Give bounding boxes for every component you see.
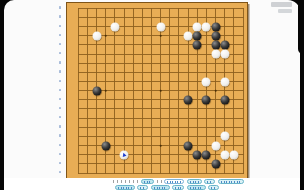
star-point (214, 89, 217, 92)
coordinate-tick-left (59, 98, 61, 100)
star-point (159, 34, 162, 37)
black-stone (101, 141, 110, 150)
watermark-glyphs-bottom (278, 9, 292, 14)
black-stone (211, 22, 220, 31)
black-stone (193, 31, 202, 40)
white-stone (220, 77, 229, 86)
grid-line-v (206, 8, 207, 174)
grid-line-h (78, 99, 244, 100)
watermark (271, 2, 292, 13)
grid-line-v (151, 8, 152, 174)
coordinate-tick-left (59, 34, 61, 36)
goban[interactable] (66, 2, 248, 180)
grid-line-h (78, 136, 244, 137)
toolbar-button-4[interactable] (218, 179, 244, 184)
toolbar-button-6[interactable] (137, 185, 148, 190)
grid-line-h (78, 63, 244, 64)
page-background (4, 0, 300, 190)
black-stone (211, 31, 220, 40)
bottom-toolbar (4, 178, 300, 190)
toolbar-button-8[interactable] (172, 185, 184, 190)
white-stone (220, 50, 229, 59)
grid-line-v (169, 8, 170, 174)
star-point (104, 34, 107, 37)
grid-line-v (114, 8, 115, 174)
white-stone (92, 31, 101, 40)
toolbar-label (157, 180, 162, 183)
white-stone (220, 132, 229, 141)
toolbar-button-10[interactable] (208, 185, 219, 190)
grid-line-v (87, 8, 88, 174)
coordinate-tick-left (59, 125, 61, 127)
black-stone (220, 95, 229, 104)
black-stone (202, 150, 211, 159)
screen-corner-left (0, 0, 4, 30)
white-stone (193, 22, 202, 31)
grid-line-v (233, 8, 234, 174)
grid-line-v (142, 8, 143, 174)
grid-line-v (124, 8, 125, 174)
black-stone (193, 40, 202, 49)
grid-line-h (78, 8, 244, 9)
coordinate-tick-left (59, 89, 61, 91)
grid-line-h (78, 81, 244, 82)
star-point (104, 89, 107, 92)
coordinate-tick-left (59, 80, 61, 82)
toolbar-row-2 (4, 185, 300, 190)
coordinate-tick-left (59, 162, 61, 164)
coordinate-tick-left (59, 107, 61, 109)
black-stone (184, 141, 193, 150)
white-stone (202, 22, 211, 31)
coordinate-tick-left (59, 171, 61, 173)
star-point (159, 144, 162, 147)
coordinate-tick-left (59, 15, 61, 17)
black-stone (220, 40, 229, 49)
toolbar-button-9[interactable] (187, 185, 206, 190)
grid-line-v (224, 8, 225, 174)
grid-line-h (78, 127, 244, 128)
coordinate-tick-left (59, 153, 61, 155)
white-stone (156, 22, 165, 31)
coordinate-tick-left (59, 52, 61, 54)
toolbar-button-7[interactable] (151, 185, 170, 190)
white-stone-last-move (120, 150, 129, 159)
last-move-marker-icon (121, 152, 126, 157)
grid-line-v (178, 8, 179, 174)
white-stone (184, 31, 193, 40)
star-point (159, 89, 162, 92)
white-stone (211, 141, 220, 150)
black-stone (211, 159, 220, 168)
toolbar-button-5[interactable] (115, 185, 135, 190)
grid-line-h (78, 118, 244, 119)
grid-line-h (78, 173, 244, 174)
coordinate-tick-left (59, 43, 61, 45)
coordinate-tick-left (59, 6, 61, 8)
coordinate-tick-left (59, 134, 61, 136)
transport-icons[interactable] (113, 180, 139, 183)
watermark-glyphs-top (271, 2, 292, 7)
screen-corner-right (298, 0, 304, 54)
black-stone (92, 86, 101, 95)
toolbar-button-2[interactable] (187, 179, 202, 184)
coordinate-tick-left (59, 25, 61, 27)
black-stone (202, 95, 211, 104)
toolbar-button-1[interactable] (141, 179, 154, 184)
coordinate-tick-left (59, 70, 61, 72)
grid-line-v (133, 8, 134, 174)
grid-line-h (78, 154, 244, 155)
toolbar-row-1 (4, 179, 300, 185)
black-stone (211, 40, 220, 49)
coordinate-tick-left (59, 61, 61, 63)
toolbar-button-3[interactable] (204, 179, 215, 184)
grid-line-v (78, 8, 79, 174)
black-stone (184, 95, 193, 104)
black-stone (193, 150, 202, 159)
white-stone (220, 150, 229, 159)
white-stone (202, 77, 211, 86)
white-stone (110, 22, 119, 31)
toolbar-field[interactable] (164, 179, 184, 184)
app-window (0, 0, 304, 190)
white-stone (229, 150, 238, 159)
coordinate-tick-left (59, 116, 61, 118)
white-stone (211, 50, 220, 59)
grid-line-h (78, 72, 244, 73)
grid-line-h (78, 17, 244, 18)
grid-line-v (243, 8, 244, 174)
grid-line-h (78, 108, 244, 109)
coordinate-tick-left (59, 144, 61, 146)
